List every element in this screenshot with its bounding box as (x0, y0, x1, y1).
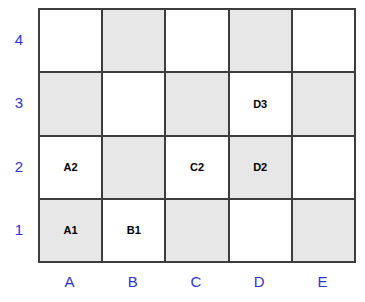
cell-C2: C2 (165, 136, 228, 199)
column-labels: ABCDE (38, 262, 354, 300)
cell-B1: B1 (102, 199, 165, 262)
cell-C1 (165, 199, 228, 262)
cell-E2 (292, 136, 355, 199)
cell-C3 (165, 72, 228, 135)
row-label-3: 3 (0, 71, 38, 134)
cell-B3 (102, 72, 165, 135)
cell-A3 (39, 72, 102, 135)
column-label-D: D (228, 262, 291, 300)
cell-B4 (102, 9, 165, 72)
cell-D2: D2 (229, 136, 292, 199)
cell-E1 (292, 199, 355, 262)
cell-D4 (229, 9, 292, 72)
grid-diagram: 4321 D3A2C2D2A1B1 ABCDE (0, 0, 365, 302)
row-label-2: 2 (0, 135, 38, 198)
cell-A4 (39, 9, 102, 72)
cell-D3: D3 (229, 72, 292, 135)
cell-A2: A2 (39, 136, 102, 199)
cell-E4 (292, 9, 355, 72)
cell-E3 (292, 72, 355, 135)
cell-C4 (165, 9, 228, 72)
column-label-C: C (164, 262, 227, 300)
row-label-4: 4 (0, 8, 38, 71)
column-label-B: B (101, 262, 164, 300)
board: D3A2C2D2A1B1 (38, 8, 356, 263)
row-labels: 4321 (0, 8, 38, 261)
cell-A1: A1 (39, 199, 102, 262)
column-label-A: A (38, 262, 101, 300)
cell-D1 (229, 199, 292, 262)
cell-B2 (102, 136, 165, 199)
row-label-1: 1 (0, 198, 38, 261)
column-label-E: E (291, 262, 354, 300)
